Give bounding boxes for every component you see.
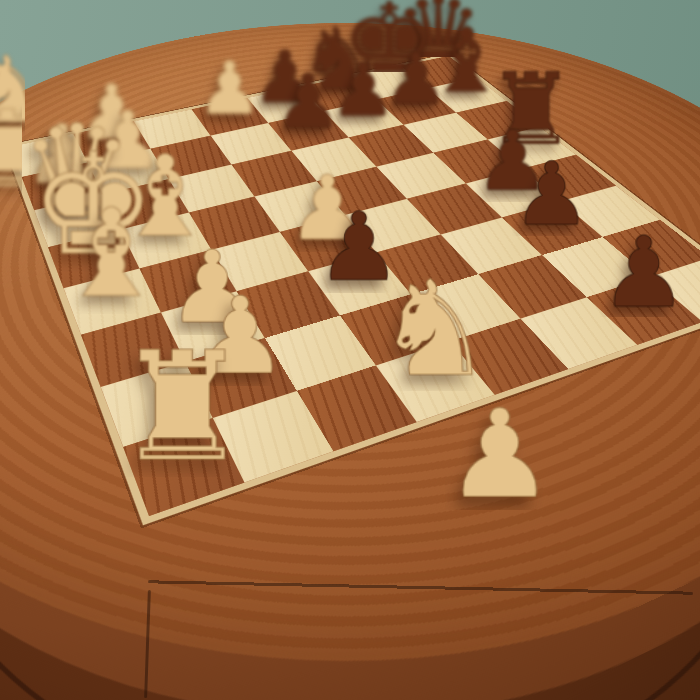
board-platter: ♟♟♟♞♚♛♟♟♟♟♟♝♛♚♝♜♝♟♟♟♟♟♟♜♞♟ ♟♞♜: [0, 0, 700, 700]
white-pawn-d8[interactable]: ♟: [197, 52, 263, 125]
black-pawn-g3[interactable]: ♟: [512, 150, 590, 238]
white-pawn-front-rim[interactable]: ♟: [445, 393, 555, 515]
white-rook-a1[interactable]: ♜: [115, 332, 250, 483]
white-knight-d1[interactable]: ♞: [375, 264, 493, 396]
white-bishop-a4[interactable]: ♝: [57, 193, 166, 315]
photo-round-chess-set: ♟♟♟♞♚♛♟♟♟♟♟♝♛♚♝♜♝♟♟♟♟♟♟♜♞♟ ♟♞♜: [0, 0, 700, 700]
black-pawn-e7[interactable]: ♟: [274, 64, 341, 139]
black-pawn-g1[interactable]: ♟: [600, 223, 688, 321]
